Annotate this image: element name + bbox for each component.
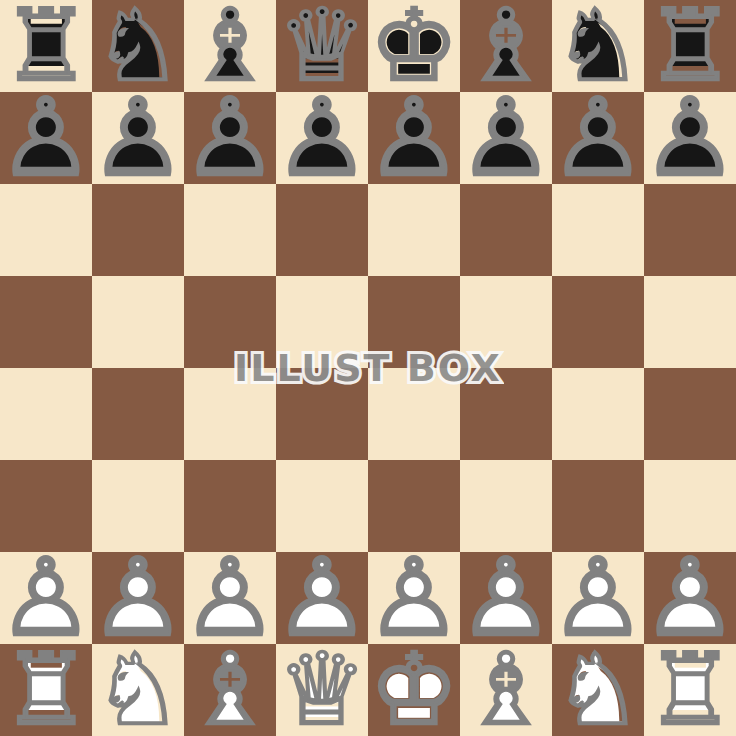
square-a3[interactable] <box>0 460 92 552</box>
square-g6[interactable] <box>552 184 644 276</box>
square-b8[interactable]: ♞♘ <box>92 0 184 92</box>
black-pawn[interactable]: ♟♙ <box>368 92 460 184</box>
piece-outline-glyph: ♕ <box>276 644 368 736</box>
square-h6[interactable] <box>644 184 736 276</box>
square-e7[interactable]: ♟♙ <box>368 92 460 184</box>
piece-outline-glyph: ♔ <box>368 0 460 92</box>
white-king[interactable]: ♚♔ <box>368 644 460 736</box>
piece-outline-glyph: ♘ <box>552 644 644 736</box>
square-f7[interactable]: ♟♙ <box>460 92 552 184</box>
square-b4[interactable] <box>92 368 184 460</box>
square-g7[interactable]: ♟♙ <box>552 92 644 184</box>
square-c7[interactable]: ♟♙ <box>184 92 276 184</box>
square-h4[interactable] <box>644 368 736 460</box>
square-d2[interactable]: ♟♙ <box>276 552 368 644</box>
black-rook[interactable]: ♜♖ <box>644 0 736 92</box>
square-e3[interactable] <box>368 460 460 552</box>
white-rook[interactable]: ♜♖ <box>0 644 92 736</box>
white-bishop[interactable]: ♝♗ <box>460 644 552 736</box>
black-knight[interactable]: ♞♘ <box>92 0 184 92</box>
square-a7[interactable]: ♟♙ <box>0 92 92 184</box>
square-d8[interactable]: ♛♕ <box>276 0 368 92</box>
black-pawn[interactable]: ♟♙ <box>552 92 644 184</box>
piece-outline-glyph: ♙ <box>552 552 644 644</box>
square-f3[interactable] <box>460 460 552 552</box>
white-rook[interactable]: ♜♖ <box>644 644 736 736</box>
white-pawn[interactable]: ♟♙ <box>184 552 276 644</box>
piece-outline-glyph: ♙ <box>368 92 460 184</box>
piece-outline-glyph: ♙ <box>552 92 644 184</box>
square-a2[interactable]: ♟♙ <box>0 552 92 644</box>
square-f1[interactable]: ♝♗ <box>460 644 552 736</box>
square-c3[interactable] <box>184 460 276 552</box>
square-c6[interactable] <box>184 184 276 276</box>
white-pawn[interactable]: ♟♙ <box>368 552 460 644</box>
white-queen[interactable]: ♛♕ <box>276 644 368 736</box>
square-g4[interactable] <box>552 368 644 460</box>
piece-outline-glyph: ♖ <box>0 0 92 92</box>
square-c4[interactable] <box>184 368 276 460</box>
piece-outline-glyph: ♙ <box>184 552 276 644</box>
piece-outline-glyph: ♙ <box>460 92 552 184</box>
black-knight[interactable]: ♞♘ <box>552 0 644 92</box>
black-bishop[interactable]: ♝♗ <box>460 0 552 92</box>
square-g5[interactable] <box>552 276 644 368</box>
piece-outline-glyph: ♗ <box>184 644 276 736</box>
black-bishop[interactable]: ♝♗ <box>184 0 276 92</box>
square-f6[interactable] <box>460 184 552 276</box>
black-pawn[interactable]: ♟♙ <box>92 92 184 184</box>
square-b3[interactable] <box>92 460 184 552</box>
square-a5[interactable] <box>0 276 92 368</box>
square-e1[interactable]: ♚♔ <box>368 644 460 736</box>
square-b5[interactable] <box>92 276 184 368</box>
square-c2[interactable]: ♟♙ <box>184 552 276 644</box>
piece-outline-glyph: ♙ <box>276 92 368 184</box>
white-pawn[interactable]: ♟♙ <box>0 552 92 644</box>
piece-outline-glyph: ♙ <box>92 552 184 644</box>
square-b1[interactable]: ♞♘ <box>92 644 184 736</box>
chess-illustration: ♜♖♞♘♝♗♛♕♚♔♝♗♞♘♜♖♟♙♟♙♟♙♟♙♟♙♟♙♟♙♟♙♟♙♟♙♟♙♟♙… <box>0 0 736 736</box>
black-queen[interactable]: ♛♕ <box>276 0 368 92</box>
piece-outline-glyph: ♙ <box>276 552 368 644</box>
black-king[interactable]: ♚♔ <box>368 0 460 92</box>
chess-board: ♜♖♞♘♝♗♛♕♚♔♝♗♞♘♜♖♟♙♟♙♟♙♟♙♟♙♟♙♟♙♟♙♟♙♟♙♟♙♟♙… <box>0 0 736 736</box>
square-g8[interactable]: ♞♘ <box>552 0 644 92</box>
square-c1[interactable]: ♝♗ <box>184 644 276 736</box>
square-b6[interactable] <box>92 184 184 276</box>
square-e2[interactable]: ♟♙ <box>368 552 460 644</box>
white-pawn[interactable]: ♟♙ <box>552 552 644 644</box>
square-c8[interactable]: ♝♗ <box>184 0 276 92</box>
piece-outline-glyph: ♙ <box>92 92 184 184</box>
square-h8[interactable]: ♜♖ <box>644 0 736 92</box>
white-pawn[interactable]: ♟♙ <box>460 552 552 644</box>
piece-outline-glyph: ♘ <box>552 0 644 92</box>
piece-outline-glyph: ♕ <box>276 0 368 92</box>
square-h7[interactable]: ♟♙ <box>644 92 736 184</box>
square-f2[interactable]: ♟♙ <box>460 552 552 644</box>
square-f5[interactable] <box>460 276 552 368</box>
piece-outline-glyph: ♙ <box>0 92 92 184</box>
square-e4[interactable] <box>368 368 460 460</box>
white-pawn[interactable]: ♟♙ <box>92 552 184 644</box>
square-e6[interactable] <box>368 184 460 276</box>
piece-outline-glyph: ♗ <box>460 644 552 736</box>
white-pawn[interactable]: ♟♙ <box>644 552 736 644</box>
square-g2[interactable]: ♟♙ <box>552 552 644 644</box>
square-h1[interactable]: ♜♖ <box>644 644 736 736</box>
piece-outline-glyph: ♙ <box>460 552 552 644</box>
square-e8[interactable]: ♚♔ <box>368 0 460 92</box>
square-b2[interactable]: ♟♙ <box>92 552 184 644</box>
white-knight[interactable]: ♞♘ <box>552 644 644 736</box>
square-g1[interactable]: ♞♘ <box>552 644 644 736</box>
piece-outline-glyph: ♘ <box>92 0 184 92</box>
black-pawn[interactable]: ♟♙ <box>0 92 92 184</box>
piece-outline-glyph: ♖ <box>644 644 736 736</box>
square-d6[interactable] <box>276 184 368 276</box>
black-pawn[interactable]: ♟♙ <box>276 92 368 184</box>
square-f4[interactable] <box>460 368 552 460</box>
square-h5[interactable] <box>644 276 736 368</box>
piece-outline-glyph: ♖ <box>0 644 92 736</box>
square-d3[interactable] <box>276 460 368 552</box>
piece-outline-glyph: ♗ <box>460 0 552 92</box>
piece-outline-glyph: ♙ <box>0 552 92 644</box>
black-pawn[interactable]: ♟♙ <box>460 92 552 184</box>
piece-outline-glyph: ♘ <box>92 644 184 736</box>
piece-outline-glyph: ♔ <box>368 644 460 736</box>
square-d1[interactable]: ♛♕ <box>276 644 368 736</box>
white-pawn[interactable]: ♟♙ <box>276 552 368 644</box>
piece-outline-glyph: ♖ <box>644 0 736 92</box>
square-b7[interactable]: ♟♙ <box>92 92 184 184</box>
square-a6[interactable] <box>0 184 92 276</box>
square-f8[interactable]: ♝♗ <box>460 0 552 92</box>
black-pawn[interactable]: ♟♙ <box>184 92 276 184</box>
piece-outline-glyph: ♙ <box>184 92 276 184</box>
square-e5[interactable] <box>368 276 460 368</box>
black-pawn[interactable]: ♟♙ <box>644 92 736 184</box>
square-h3[interactable] <box>644 460 736 552</box>
square-h2[interactable]: ♟♙ <box>644 552 736 644</box>
square-d4[interactable] <box>276 368 368 460</box>
piece-outline-glyph: ♙ <box>644 552 736 644</box>
square-d5[interactable] <box>276 276 368 368</box>
square-g3[interactable] <box>552 460 644 552</box>
white-bishop[interactable]: ♝♗ <box>184 644 276 736</box>
square-c5[interactable] <box>184 276 276 368</box>
black-rook[interactable]: ♜♖ <box>0 0 92 92</box>
piece-outline-glyph: ♙ <box>368 552 460 644</box>
square-a8[interactable]: ♜♖ <box>0 0 92 92</box>
square-a4[interactable] <box>0 368 92 460</box>
piece-outline-glyph: ♗ <box>184 0 276 92</box>
square-a1[interactable]: ♜♖ <box>0 644 92 736</box>
square-d7[interactable]: ♟♙ <box>276 92 368 184</box>
white-knight[interactable]: ♞♘ <box>92 644 184 736</box>
piece-outline-glyph: ♙ <box>644 92 736 184</box>
